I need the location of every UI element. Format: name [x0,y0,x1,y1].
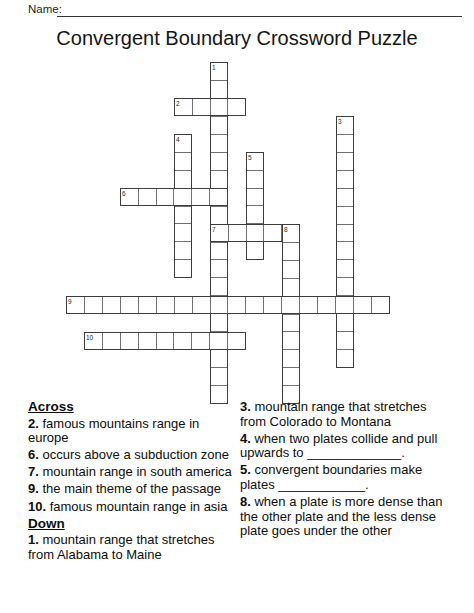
cell-9-across-9[interactable] [227,297,245,313]
word-6-across [120,188,228,206]
cell-3-down-11[interactable] [337,313,353,331]
cell-3-down-12[interactable] [337,331,353,349]
cell-9-across-1[interactable] [84,297,102,313]
cell-9-across-12[interactable] [281,297,299,313]
cell-3-down-2[interactable] [337,152,353,170]
cell-10-across-1[interactable] [102,333,120,349]
cell-8-down-6[interactable] [283,331,299,349]
word-5-down [246,152,264,260]
cell-5-down-2[interactable] [247,188,263,206]
cell-6-across-0[interactable] [121,189,138,205]
cell-9-across-8[interactable] [210,297,228,313]
word-2-across [174,98,246,116]
cell-3-down-1[interactable] [337,134,353,152]
cell-10-across-4[interactable] [156,333,174,349]
cell-1-down-11[interactable] [211,259,227,277]
cell-10-across-0[interactable] [85,333,102,349]
cell-6-across-4[interactable] [191,189,209,205]
cell-2-across-0[interactable] [175,99,192,115]
cell-1-down-6[interactable] [211,170,227,188]
cell-8-down-3[interactable] [283,278,299,296]
word-3-down [336,116,354,368]
cell-7-across-3[interactable] [263,225,281,241]
cell-3-down-13[interactable] [337,349,353,367]
down-header: Down [28,517,235,532]
cell-4-down-5[interactable] [175,223,191,241]
worksheet-page: { "page": { "name_label": "Name:", "titl… [0,0,474,613]
cell-7-across-1[interactable] [228,225,246,241]
name-fill-in-line[interactable] [57,16,462,17]
cell-4-down-6[interactable] [175,241,191,259]
cell-1-down-8[interactable] [211,206,227,224]
cell-8-down-0[interactable] [283,225,299,242]
cell-3-down-0[interactable] [337,117,353,134]
name-label: Name: [28,3,62,15]
cell-2-across-3[interactable] [227,99,245,115]
cell-5-down-1[interactable] [247,170,263,188]
cell-3-down-5[interactable] [337,206,353,224]
cell-7-across-2[interactable] [246,225,264,241]
cell-1-down-14[interactable] [211,313,227,331]
clue-down-1: 1. mountain range that stretches from Al… [28,533,235,562]
cell-1-down-1[interactable] [211,80,227,98]
cell-1-down-0[interactable] [211,63,227,80]
cell-1-down-10[interactable] [211,242,227,260]
clue-across-6: 6. occurs above a subduction zone [28,448,235,463]
clue-across-2: 2. famous mountains range in europe [28,417,235,446]
crossword-grid: 12345678910 [66,62,390,404]
word-8-down [282,224,300,404]
cell-3-down-6[interactable] [337,224,353,242]
cell-3-down-8[interactable] [337,259,353,277]
cell-6-across-3[interactable] [173,189,191,205]
cell-1-down-17[interactable] [211,367,227,385]
cell-8-down-7[interactable] [283,349,299,367]
cell-3-down-9[interactable] [337,277,353,295]
word-9-across [66,296,390,314]
cell-3-down-3[interactable] [337,170,353,188]
cell-5-down-0[interactable] [247,153,263,170]
cell-10-across-5[interactable] [173,333,191,349]
cell-4-down-0[interactable] [175,135,191,152]
cell-8-down-8[interactable] [283,367,299,385]
clue-across-7: 7. mountain range in south america [28,465,235,480]
cell-6-across-5[interactable] [209,189,227,205]
cell-9-across-7[interactable] [192,297,210,313]
page-title: Convergent Boundary Crossword Puzzle [0,27,474,50]
cell-5-down-3[interactable] [247,205,263,223]
word-4-down [174,134,192,278]
cell-4-down-2[interactable] [175,170,191,188]
cell-9-across-16[interactable] [353,297,371,313]
across-header: Across [28,400,235,415]
cell-9-across-10[interactable] [245,297,263,313]
clue-across-10: 10. famous mountain range in asia [28,500,235,515]
clue-down-4: 4. when two plates collide and pull upwa… [240,432,470,461]
clues-left-column: Across 2. famous mountains range in euro… [28,400,235,565]
cell-4-down-1[interactable] [175,152,191,170]
cell-3-down-7[interactable] [337,241,353,259]
cell-4-down-4[interactable] [175,206,191,224]
clue-down-8: 8. when a plate is more dense than the o… [240,495,470,539]
cell-1-down-5[interactable] [211,152,227,170]
cell-8-down-2[interactable] [283,260,299,278]
cell-1-down-3[interactable] [211,116,227,134]
cell-9-across-17[interactable] [371,297,389,313]
cell-3-down-4[interactable] [337,188,353,206]
cell-5-down-5[interactable] [247,241,263,259]
cell-9-across-2[interactable] [102,297,120,313]
cell-9-across-3[interactable] [120,297,138,313]
word-10-across [84,332,246,350]
cell-9-across-4[interactable] [138,297,156,313]
cell-2-across-2[interactable] [210,99,228,115]
cell-9-across-0[interactable] [67,297,84,313]
name-row: Name: [28,2,462,18]
cell-9-across-6[interactable] [174,297,192,313]
clue-down-3: 3. mountain range that stretches from Co… [240,400,470,429]
cell-10-across-3[interactable] [138,333,156,349]
cell-10-across-8[interactable] [227,333,245,349]
cell-8-down-1[interactable] [283,242,299,260]
cell-4-down-7[interactable] [175,259,191,277]
cell-9-across-11[interactable] [263,297,281,313]
cell-10-across-2[interactable] [120,333,138,349]
cell-6-across-2[interactable] [156,189,174,205]
clue-down-5: 5. convergent boundaries make plates ___… [240,463,470,492]
cell-10-across-7[interactable] [209,333,227,349]
cell-1-down-16[interactable] [211,349,227,367]
cell-6-across-1[interactable] [138,189,156,205]
cell-1-down-4[interactable] [211,134,227,152]
cell-7-across-0[interactable] [211,225,228,241]
cell-8-down-5[interactable] [283,314,299,332]
cell-1-down-12[interactable] [211,277,227,295]
cell-9-across-14[interactable] [317,297,335,313]
clues-right-column: 3. mountain range that stretches from Co… [240,400,470,541]
clue-across-9: 9. the main theme of the passage [28,482,235,497]
cell-9-across-15[interactable] [335,297,353,313]
cell-9-across-13[interactable] [299,297,317,313]
cell-10-across-6[interactable] [191,333,209,349]
cell-2-across-1[interactable] [192,99,210,115]
cell-9-across-5[interactable] [156,297,174,313]
